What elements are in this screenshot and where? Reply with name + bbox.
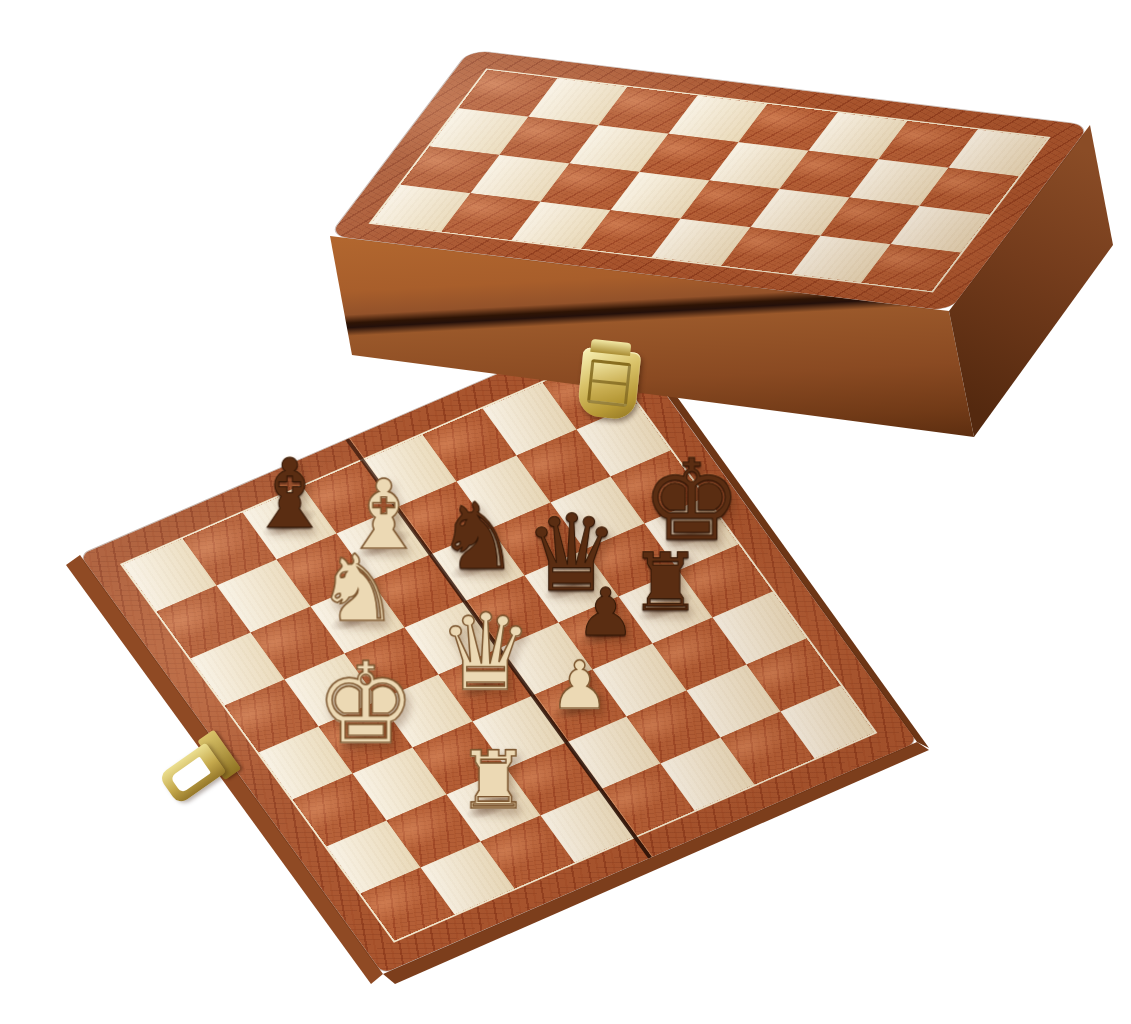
piece-glyph: ♟ xyxy=(550,653,609,719)
brass-clasp-icon[interactable] xyxy=(577,347,642,421)
clasp-plate xyxy=(587,359,631,407)
piece-glyph: ♛ xyxy=(438,600,533,706)
piece-glyph: ♜ xyxy=(630,543,702,623)
clasp-hinge-tab xyxy=(590,339,631,356)
piece-glyph: ♝ xyxy=(247,446,333,542)
piece-glyph: ♞ xyxy=(316,543,399,635)
piece-glyph: ♚ xyxy=(315,647,416,759)
piece-glyph: ♞ xyxy=(436,491,519,583)
piece-glyph: ♟ xyxy=(576,580,635,646)
piece-glyph: ♜ xyxy=(458,741,530,821)
